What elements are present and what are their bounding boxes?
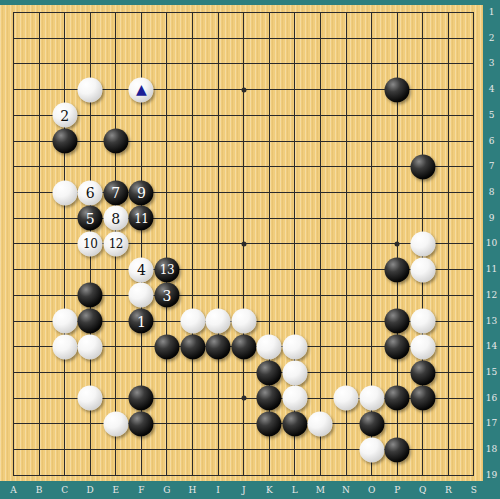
stone-black-F13[interactable]: 1 <box>129 309 154 334</box>
column-label-K: K <box>261 485 277 495</box>
stone-black-K16[interactable] <box>257 386 282 411</box>
row-label-6: 6 <box>483 136 500 146</box>
stone-black-P18[interactable] <box>385 437 410 462</box>
column-label-O: O <box>364 485 380 495</box>
row-label-5: 5 <box>483 110 500 120</box>
column-label-E: E <box>108 485 124 495</box>
stone-white-C13[interactable] <box>52 309 77 334</box>
column-label-H: H <box>185 485 201 495</box>
move-number: 8 <box>111 211 120 225</box>
star-point <box>395 241 400 246</box>
stone-black-P16[interactable] <box>385 386 410 411</box>
stone-black-H14[interactable] <box>180 334 205 359</box>
stone-black-I14[interactable] <box>206 334 231 359</box>
row-label-3: 3 <box>483 58 500 68</box>
row-label-1: 1 <box>483 7 500 17</box>
move-number: 12 <box>109 238 123 250</box>
stone-black-K15[interactable] <box>257 360 282 385</box>
bottom-coordinate-bar: ABCDEFGHIJKLMNOPQRS <box>0 481 500 499</box>
stone-white-M17[interactable] <box>308 411 333 436</box>
stone-white-C8[interactable] <box>52 180 77 205</box>
stone-white-F11[interactable]: 4 <box>129 257 154 282</box>
grid-line <box>13 423 474 424</box>
triangle-marker-icon: ▲ <box>136 82 147 96</box>
stone-black-Q16[interactable] <box>410 386 435 411</box>
stone-black-D12[interactable] <box>78 283 103 308</box>
star-point <box>241 396 246 401</box>
column-label-D: D <box>82 485 98 495</box>
stone-black-P14[interactable] <box>385 334 410 359</box>
stone-black-O17[interactable] <box>359 411 384 436</box>
move-number: 6 <box>86 186 95 200</box>
column-label-B: B <box>31 485 47 495</box>
stone-white-L14[interactable] <box>282 334 307 359</box>
row-label-14: 14 <box>483 341 500 351</box>
move-number: 13 <box>160 264 174 276</box>
row-label-15: 15 <box>483 367 500 377</box>
move-number: 3 <box>162 288 171 302</box>
grid-line <box>448 12 449 475</box>
column-label-S: S <box>466 485 482 495</box>
stone-white-E9[interactable]: 8 <box>103 206 128 231</box>
row-label-8: 8 <box>483 187 500 197</box>
stone-white-D8[interactable]: 6 <box>78 180 103 205</box>
column-label-J: J <box>236 485 252 495</box>
stone-white-D14[interactable] <box>78 334 103 359</box>
stone-white-C14[interactable] <box>52 334 77 359</box>
stone-black-G12[interactable]: 3 <box>154 283 179 308</box>
stone-white-Q10[interactable] <box>410 231 435 256</box>
stone-white-N16[interactable] <box>334 386 359 411</box>
row-label-16: 16 <box>483 393 500 403</box>
move-number: 1 <box>137 314 146 328</box>
stone-white-C5[interactable]: 2 <box>52 103 77 128</box>
stone-black-P4[interactable] <box>385 77 410 102</box>
column-label-Q: Q <box>415 485 431 495</box>
grid-line <box>13 475 474 476</box>
stone-white-D16[interactable] <box>78 386 103 411</box>
column-label-N: N <box>338 485 354 495</box>
row-label-18: 18 <box>483 444 500 454</box>
grid-line <box>13 372 474 373</box>
stone-black-G11[interactable]: 13 <box>154 257 179 282</box>
go-board[interactable]: ▲26795811101241331 <box>0 5 483 481</box>
column-label-F: F <box>133 485 149 495</box>
column-label-L: L <box>287 485 303 495</box>
stone-black-P11[interactable] <box>385 257 410 282</box>
row-label-11: 11 <box>483 264 500 274</box>
star-point <box>241 241 246 246</box>
row-label-9: 9 <box>483 213 500 223</box>
column-label-A: A <box>6 485 22 495</box>
stone-black-D9[interactable]: 5 <box>78 206 103 231</box>
column-label-P: P <box>389 485 405 495</box>
row-label-19: 19 <box>483 470 500 480</box>
row-label-7: 7 <box>483 161 500 171</box>
move-number: 4 <box>137 263 146 277</box>
stone-white-L15[interactable] <box>282 360 307 385</box>
stone-white-D4[interactable] <box>78 77 103 102</box>
move-number: 9 <box>137 186 146 200</box>
move-number: 7 <box>111 186 120 200</box>
stone-black-F9[interactable]: 11 <box>129 206 154 231</box>
stone-black-F16[interactable] <box>129 386 154 411</box>
stone-black-P13[interactable] <box>385 309 410 334</box>
stone-white-Q14[interactable] <box>410 334 435 359</box>
stone-white-E10[interactable]: 12 <box>103 231 128 256</box>
stone-black-K17[interactable] <box>257 411 282 436</box>
row-label-12: 12 <box>483 290 500 300</box>
row-label-17: 17 <box>483 418 500 428</box>
stone-white-I13[interactable] <box>206 309 231 334</box>
stone-white-F12[interactable] <box>129 283 154 308</box>
column-label-G: G <box>159 485 175 495</box>
stone-white-E17[interactable] <box>103 411 128 436</box>
row-label-4: 4 <box>483 84 500 94</box>
stone-black-F17[interactable] <box>129 411 154 436</box>
stone-white-L16[interactable] <box>282 386 307 411</box>
stone-black-D13[interactable] <box>78 309 103 334</box>
grid-line <box>473 12 474 475</box>
row-label-2: 2 <box>483 33 500 43</box>
right-coordinate-bar: 12345678910111213141516171819 <box>483 0 500 499</box>
column-label-M: M <box>312 485 328 495</box>
stone-white-D10[interactable]: 10 <box>78 231 103 256</box>
stone-white-K14[interactable] <box>257 334 282 359</box>
move-number: 11 <box>134 212 148 224</box>
stone-black-Q15[interactable] <box>410 360 435 385</box>
stone-black-Q7[interactable] <box>410 154 435 179</box>
stone-white-O18[interactable] <box>359 437 384 462</box>
stone-white-H13[interactable] <box>180 309 205 334</box>
stone-white-Q11[interactable] <box>410 257 435 282</box>
stone-black-E6[interactable] <box>103 129 128 154</box>
stone-black-C6[interactable] <box>52 129 77 154</box>
move-number: 5 <box>86 211 95 225</box>
row-label-10: 10 <box>483 238 500 248</box>
stone-black-F8[interactable]: 9 <box>129 180 154 205</box>
stone-white-J13[interactable] <box>231 309 256 334</box>
star-point <box>241 87 246 92</box>
stone-black-E8[interactable]: 7 <box>103 180 128 205</box>
move-number: 2 <box>60 108 69 122</box>
stone-black-G14[interactable] <box>154 334 179 359</box>
stone-black-J14[interactable] <box>231 334 256 359</box>
move-number: 10 <box>83 238 97 250</box>
column-label-R: R <box>440 485 456 495</box>
stone-white-Q13[interactable] <box>410 309 435 334</box>
go-board-app: ▲26795811101241331 ABCDEFGHIJKLMNOPQRS 1… <box>0 0 500 499</box>
stone-black-L17[interactable] <box>282 411 307 436</box>
column-label-C: C <box>57 485 73 495</box>
stone-white-O16[interactable] <box>359 386 384 411</box>
column-label-I: I <box>210 485 226 495</box>
stone-white-F4[interactable]: ▲ <box>129 77 154 102</box>
row-label-13: 13 <box>483 316 500 326</box>
grid-line <box>320 12 321 475</box>
